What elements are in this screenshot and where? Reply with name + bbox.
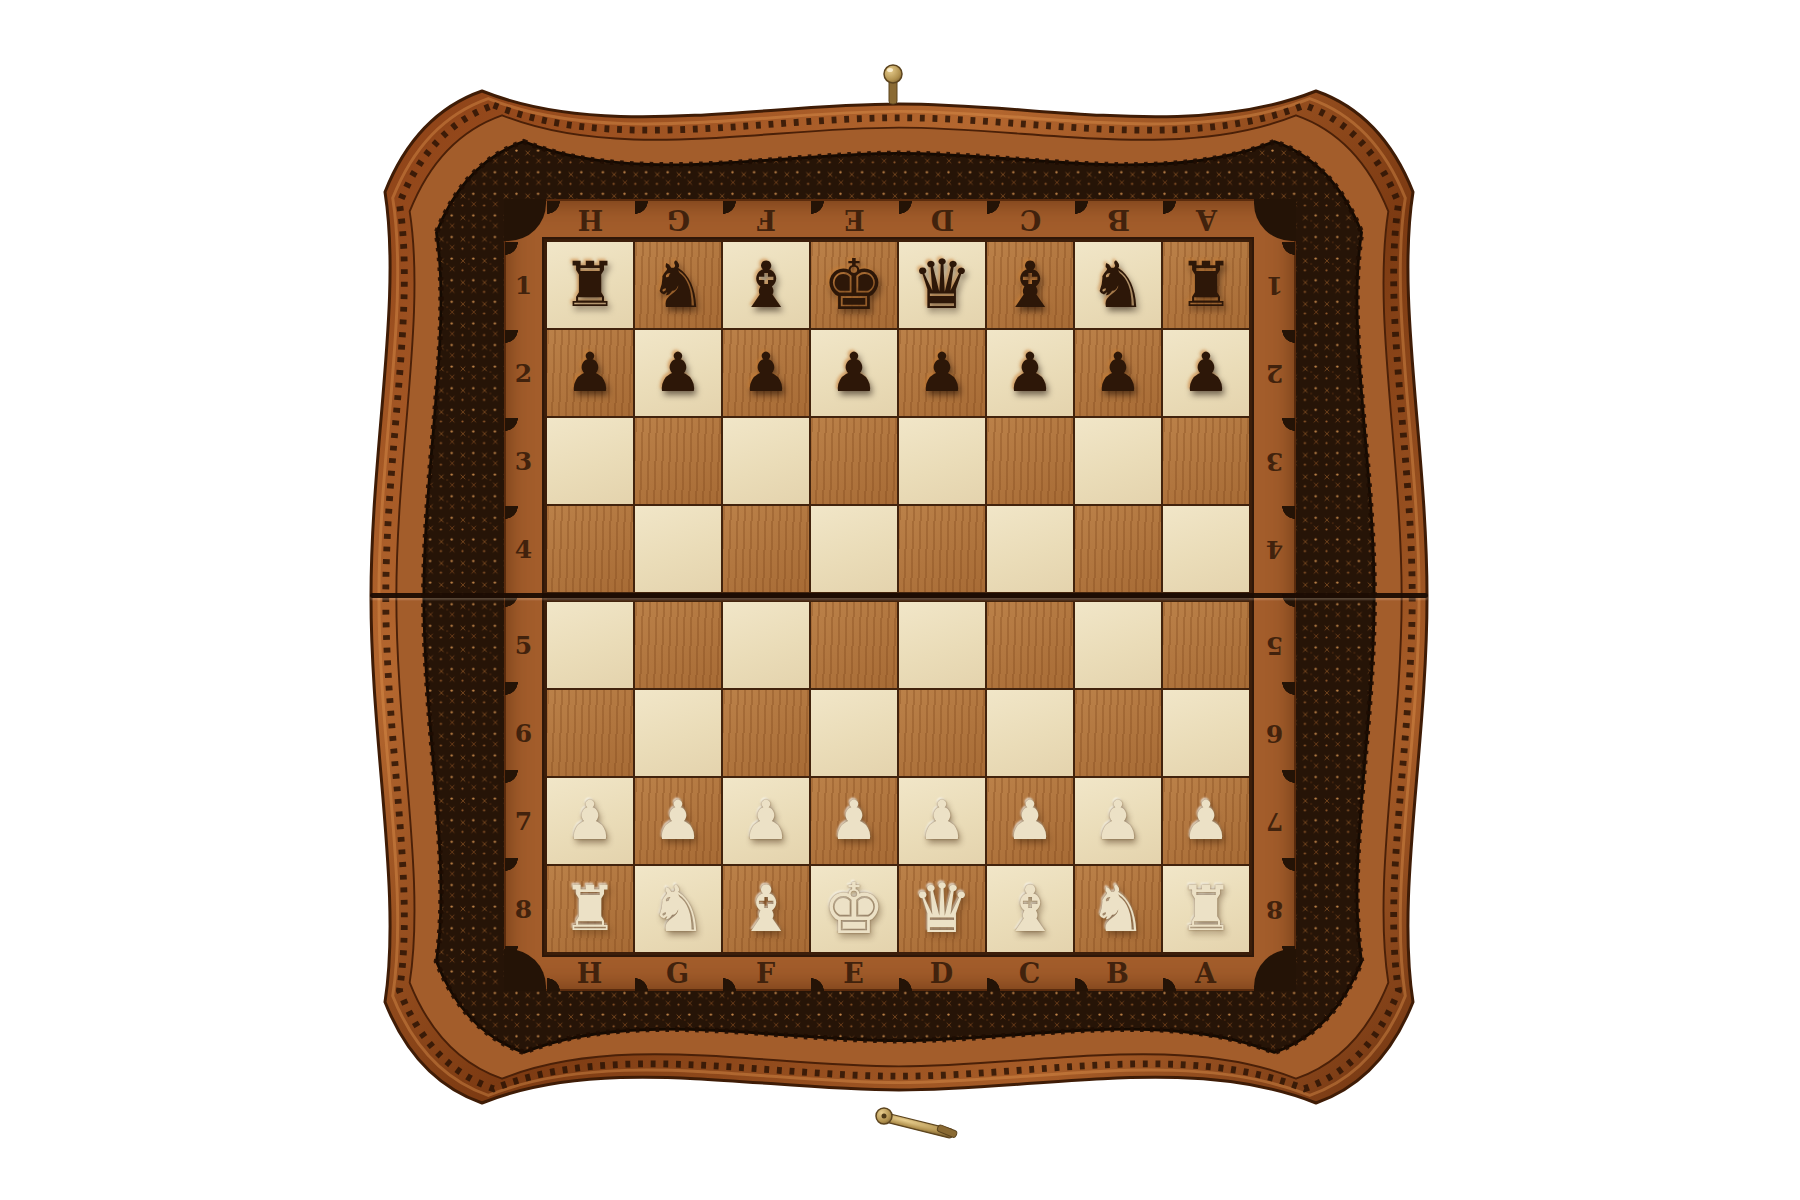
file-label-bottom-H: H (577, 958, 604, 989)
piece-dark-pawn[interactable]: ♟ (1094, 346, 1142, 400)
square-E2[interactable]: ♟ (811, 330, 897, 416)
square-F5[interactable] (723, 602, 809, 688)
file-label-top-F: F (756, 204, 776, 235)
rank-label-left-1: 1 (515, 271, 533, 300)
piece-light-rook[interactable]: ♜ (1178, 878, 1234, 940)
square-E5[interactable] (811, 602, 897, 688)
square-G1[interactable]: ♞ (635, 242, 721, 328)
square-B5[interactable] (1075, 602, 1161, 688)
file-label-bottom-D: D (930, 958, 954, 989)
square-A4[interactable] (1163, 506, 1249, 592)
square-C1[interactable]: ♝ (987, 242, 1073, 328)
square-B1[interactable]: ♞ (1075, 242, 1161, 328)
square-B2[interactable]: ♟ (1075, 330, 1161, 416)
piece-dark-pawn[interactable]: ♟ (830, 346, 878, 400)
piece-dark-pawn[interactable]: ♟ (1006, 346, 1054, 400)
piece-light-queen[interactable]: ♛ (912, 875, 973, 943)
square-D6[interactable] (899, 690, 985, 776)
piece-light-pawn[interactable]: ♟ (654, 794, 702, 848)
file-label-bottom-C: C (1019, 958, 1042, 989)
rank-label-right-3: 3 (1265, 447, 1283, 476)
piece-light-pawn[interactable]: ♟ (830, 794, 878, 848)
square-F1[interactable]: ♝ (723, 242, 809, 328)
rank-label-left-8: 8 (515, 895, 533, 924)
square-D2[interactable]: ♟ (899, 330, 985, 416)
square-F4[interactable] (723, 506, 809, 592)
square-B3[interactable] (1075, 418, 1161, 504)
square-F8[interactable]: ♝ (723, 866, 809, 952)
rank-label-left-4: 4 (515, 535, 533, 564)
file-label-top-B: B (1106, 204, 1130, 235)
piece-dark-king[interactable]: ♚ (823, 250, 886, 320)
square-H5[interactable] (547, 602, 633, 688)
square-B7[interactable]: ♟ (1075, 778, 1161, 864)
piece-dark-pawn[interactable]: ♟ (742, 346, 790, 400)
square-A5[interactable] (1163, 602, 1249, 688)
rank-label-left-7: 7 (515, 807, 533, 836)
square-A1[interactable]: ♜ (1163, 242, 1249, 328)
piece-dark-knight[interactable]: ♞ (649, 253, 706, 317)
rank-label-right-4: 4 (1265, 535, 1283, 564)
square-H4[interactable] (547, 506, 633, 592)
square-E3[interactable] (811, 418, 897, 504)
piece-dark-pawn[interactable]: ♟ (1182, 346, 1230, 400)
square-F6[interactable] (723, 690, 809, 776)
square-B8[interactable]: ♞ (1075, 866, 1161, 952)
piece-dark-pawn[interactable]: ♟ (654, 346, 702, 400)
square-D5[interactable] (899, 602, 985, 688)
file-label-bottom-A: A (1195, 958, 1217, 989)
file-label-top-D: D (930, 204, 954, 235)
square-D8[interactable]: ♛ (899, 866, 985, 952)
piece-dark-bishop[interactable]: ♝ (737, 253, 794, 317)
piece-light-pawn[interactable]: ♟ (918, 794, 966, 848)
square-C8[interactable]: ♝ (987, 866, 1073, 952)
piece-light-king[interactable]: ♚ (823, 874, 886, 944)
square-D3[interactable] (899, 418, 985, 504)
piece-dark-rook[interactable]: ♜ (562, 254, 618, 316)
file-label-bottom-B: B (1106, 958, 1130, 989)
square-G4[interactable] (635, 506, 721, 592)
square-A8[interactable]: ♜ (1163, 866, 1249, 952)
file-label-bottom-F: F (756, 958, 776, 989)
square-G3[interactable] (635, 418, 721, 504)
square-H1[interactable]: ♜ (547, 242, 633, 328)
square-B4[interactable] (1075, 506, 1161, 592)
square-H3[interactable] (547, 418, 633, 504)
rank-label-left-2: 2 (515, 359, 533, 388)
file-label-top-A: A (1195, 204, 1217, 235)
file-label-top-H: H (577, 204, 604, 235)
square-A3[interactable] (1163, 418, 1249, 504)
rank-label-right-5: 5 (1265, 631, 1283, 660)
rank-label-right-8: 8 (1265, 895, 1283, 924)
square-G6[interactable] (635, 690, 721, 776)
rank-label-left-3: 3 (515, 447, 533, 476)
square-B6[interactable] (1075, 690, 1161, 776)
piece-dark-pawn[interactable]: ♟ (918, 346, 966, 400)
file-label-bottom-E: E (843, 958, 865, 989)
fold-seam (370, 593, 1428, 598)
square-C7[interactable]: ♟ (987, 778, 1073, 864)
square-G7[interactable]: ♟ (635, 778, 721, 864)
rank-label-right-2: 2 (1265, 359, 1283, 388)
rank-label-right-1: 1 (1265, 271, 1283, 300)
square-C6[interactable] (987, 690, 1073, 776)
square-E6[interactable] (811, 690, 897, 776)
square-A6[interactable] (1163, 690, 1249, 776)
piece-light-pawn[interactable]: ♟ (1094, 794, 1142, 848)
piece-dark-pawn[interactable]: ♟ (566, 346, 614, 400)
square-F7[interactable]: ♟ (723, 778, 809, 864)
photo-canvas: ♜♞♝♚♛♝♞♜♟♟♟♟♟♟♟♟♟♟♟♟♟♟♟♟♜♞♝♚♛♝♞♜ HHGGFFE… (0, 0, 1800, 1200)
rank-label-right-7: 7 (1265, 807, 1283, 836)
square-F3[interactable] (723, 418, 809, 504)
square-C5[interactable] (987, 602, 1073, 688)
piece-light-bishop[interactable]: ♝ (1001, 877, 1058, 941)
square-E1[interactable]: ♚ (811, 242, 897, 328)
piece-dark-queen[interactable]: ♛ (912, 251, 973, 319)
square-G8[interactable]: ♞ (635, 866, 721, 952)
square-E4[interactable] (811, 506, 897, 592)
square-H7[interactable]: ♟ (547, 778, 633, 864)
rank-label-left-5: 5 (515, 631, 533, 660)
piece-light-pawn[interactable]: ♟ (566, 794, 614, 848)
square-D7[interactable]: ♟ (899, 778, 985, 864)
piece-dark-bishop[interactable]: ♝ (1001, 253, 1058, 317)
square-G2[interactable]: ♟ (635, 330, 721, 416)
file-label-top-E: E (843, 204, 865, 235)
square-C3[interactable] (987, 418, 1073, 504)
rank-label-left-6: 6 (515, 719, 533, 748)
square-H8[interactable]: ♜ (547, 866, 633, 952)
square-H6[interactable] (547, 690, 633, 776)
piece-light-knight[interactable]: ♞ (1089, 877, 1146, 941)
piece-light-pawn[interactable]: ♟ (1006, 794, 1054, 848)
piece-dark-knight[interactable]: ♞ (1089, 253, 1146, 317)
square-F2[interactable]: ♟ (723, 330, 809, 416)
piece-light-rook[interactable]: ♜ (562, 878, 618, 940)
square-C2[interactable]: ♟ (987, 330, 1073, 416)
square-C4[interactable] (987, 506, 1073, 592)
square-D4[interactable] (899, 506, 985, 592)
piece-light-pawn[interactable]: ♟ (1182, 794, 1230, 848)
piece-light-pawn[interactable]: ♟ (742, 794, 790, 848)
file-label-bottom-G: G (666, 958, 690, 989)
piece-light-knight[interactable]: ♞ (649, 877, 706, 941)
file-label-top-G: G (666, 204, 690, 235)
square-H2[interactable]: ♟ (547, 330, 633, 416)
square-D1[interactable]: ♛ (899, 242, 985, 328)
square-G5[interactable] (635, 602, 721, 688)
piece-dark-rook[interactable]: ♜ (1178, 254, 1234, 316)
square-A7[interactable]: ♟ (1163, 778, 1249, 864)
file-label-top-C: C (1019, 204, 1042, 235)
square-E7[interactable]: ♟ (811, 778, 897, 864)
square-A2[interactable]: ♟ (1163, 330, 1249, 416)
square-E8[interactable]: ♚ (811, 866, 897, 952)
rank-label-right-6: 6 (1265, 719, 1283, 748)
piece-light-bishop[interactable]: ♝ (737, 877, 794, 941)
